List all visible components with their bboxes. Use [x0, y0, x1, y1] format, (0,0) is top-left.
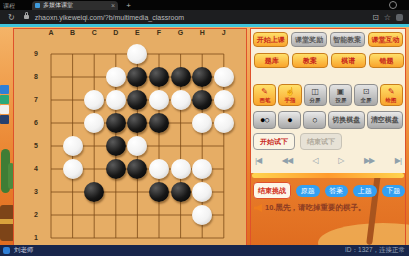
end-challenge-button[interactable]: 结束挑战 [253, 182, 291, 199]
row-label: 7 [27, 96, 38, 103]
next-move-button[interactable]: ▷ [338, 155, 343, 167]
tab-close-icon[interactable]: × [111, 3, 115, 8]
题库-button[interactable]: 题库 [254, 53, 289, 68]
tools-row: ✎画笔☝手指◫分屏▣投屏⊡全屏✎绘图 [253, 84, 403, 106]
white-stone [171, 90, 191, 110]
alternate-stone-button[interactable]: ●○ [253, 111, 276, 129]
white-stone [214, 113, 234, 133]
side-dock-icons[interactable] [0, 85, 9, 124]
row-label: 6 [27, 119, 38, 126]
tool-label: 手指 [285, 97, 296, 102]
white-stone [63, 159, 83, 179]
black-stone [171, 182, 191, 202]
tool-split-screen-icon[interactable]: ◫分屏 [304, 84, 327, 106]
棋谱-button[interactable]: 棋谱 [331, 53, 366, 68]
row-label: 4 [27, 165, 38, 172]
black-stone [106, 136, 126, 156]
active-tab[interactable]: 多媒体课堂 × [32, 1, 118, 10]
智能教案-button[interactable]: 智能教案 [330, 32, 365, 47]
row-label: 1 [27, 234, 38, 241]
white-stone [214, 67, 234, 87]
答案-pill-button[interactable]: 答案 [325, 185, 348, 197]
上题-pill-button[interactable]: 上题 [353, 185, 376, 197]
tool-label: 画笔 [259, 97, 270, 102]
fullscreen-icon: ⊡ [363, 88, 370, 96]
column-label: F [153, 29, 165, 36]
challenge-row: 结束挑战 原题答案上题下题 [253, 182, 405, 199]
tool-cast-screen-icon[interactable]: ▣投屏 [329, 84, 352, 106]
browser-url-bar: ↻ zhaoxn.yikeweiqi.com/?b/multimedia_cla… [0, 10, 409, 24]
black-stone [106, 159, 126, 179]
black-stone [106, 113, 126, 133]
divider-bar [252, 173, 404, 178]
black-stone [149, 182, 169, 202]
column-label: J [218, 29, 230, 36]
column-label: B [67, 29, 79, 36]
tool-finger-icon[interactable]: ☝手指 [278, 84, 301, 106]
row-label: 5 [27, 142, 38, 149]
browser-tab-bar: 课程 多媒体课堂 × + [0, 0, 409, 10]
white-stone [106, 90, 126, 110]
move-player-controls: |◀◀◀◁▷▶▶▶| [253, 155, 403, 167]
black-stone [171, 67, 191, 87]
开始试下-button[interactable]: 开始试下 [253, 133, 295, 150]
url-text[interactable]: zhaoxn.yikeweiqi.com/?b/multimedia_class… [35, 14, 372, 21]
share-icon[interactable]: ⊡ [372, 13, 379, 22]
清空棋盘-button[interactable]: 清空棋盘 [367, 111, 404, 129]
column-label: C [88, 29, 100, 36]
white-stone [106, 67, 126, 87]
white-stone [63, 136, 83, 156]
column-label: G [175, 29, 187, 36]
draw-icon: ✎ [388, 88, 395, 96]
column-label: H [196, 29, 208, 36]
开始上课-button[interactable]: 开始上课 [253, 32, 288, 47]
first-move-button[interactable]: |◀ [255, 155, 261, 167]
tool-pencil-icon[interactable]: ✎画笔 [253, 84, 276, 106]
white-stone [149, 159, 169, 179]
stone-tools-row: ●○●○切换棋盘清空棋盘 [253, 111, 403, 129]
black-stone [149, 67, 169, 87]
question-text: 10.黑先，请吃掉重要的棋子。 [265, 203, 365, 213]
tool-label: 分屏 [310, 97, 321, 102]
dock-icon[interactable] [0, 105, 9, 114]
bookmark-star-icon[interactable]: ☆ [384, 13, 391, 22]
tool-fullscreen-icon[interactable]: ⊡全屏 [354, 84, 377, 106]
错题-button[interactable]: 错题 [369, 53, 404, 68]
status-bar-left-text: 刘老师 [14, 246, 345, 255]
tab-title: 多媒体课堂 [43, 1, 111, 10]
fast-forward-button[interactable]: ▶▶ [364, 155, 374, 167]
class-buttons-row: 开始上课课堂奖励智能教案课堂互动 [253, 32, 403, 47]
cast-screen-icon: ▣ [337, 88, 345, 96]
教案-button[interactable]: 教案 [292, 53, 327, 68]
split-screen-icon: ◫ [312, 88, 320, 96]
dock-icon[interactable] [0, 115, 9, 124]
切换棋盘-button[interactable]: 切换棋盘 [328, 111, 365, 129]
last-move-button[interactable]: ▶| [395, 155, 401, 167]
tool-label: 投屏 [335, 97, 346, 102]
row-label: 2 [27, 211, 38, 218]
dock-icon[interactable] [0, 95, 9, 104]
status-bar-right-text: ID：1327，连接正常 [345, 246, 405, 255]
screen: 课程 多媒体课堂 × + ↻ zhaoxn.yikeweiqi.com/?b/m… [0, 0, 409, 256]
column-label: A [45, 29, 57, 36]
finger-icon: ☝ [285, 88, 295, 96]
announcement-horn-icon [254, 204, 262, 212]
fast-back-button[interactable]: ◀◀ [282, 155, 292, 167]
white-stone-button[interactable]: ○ [303, 111, 326, 129]
reload-icon[interactable]: ↻ [8, 13, 15, 22]
go-board[interactable]: ABCDEFGHJ 987654321 [13, 28, 247, 246]
black-stone-button[interactable]: ● [278, 111, 301, 129]
column-label: E [131, 29, 143, 36]
dock-icon[interactable] [0, 85, 9, 94]
tool-label: 全屏 [361, 97, 372, 102]
browser-avatar-icon[interactable] [389, 1, 397, 9]
tab-favicon-icon [35, 3, 40, 8]
white-stone [149, 90, 169, 110]
lock-icon[interactable] [24, 15, 29, 19]
结束试下-button[interactable]: 结束试下 [300, 133, 342, 150]
row-label: 9 [27, 50, 38, 57]
课堂奖励-button[interactable]: 课堂奖励 [291, 32, 326, 47]
white-stone [214, 90, 234, 110]
status-bar: 刘老师 ID：1327，连接正常 [0, 245, 409, 256]
row-label: 8 [27, 73, 38, 80]
question-line: 10.黑先，请吃掉重要的棋子。 [254, 203, 404, 213]
profile-icon[interactable] [396, 14, 403, 21]
status-bar-icon [3, 247, 10, 254]
row-label: 3 [27, 188, 38, 195]
white-stone [171, 159, 191, 179]
control-panel: 开始上课课堂奖励智能教案课堂互动 题库教案棋谱错题 ✎画笔☝手指◫分屏▣投屏⊡全… [250, 28, 406, 246]
prev-move-button[interactable]: ◁ [313, 155, 318, 167]
column-label: D [110, 29, 122, 36]
课堂互动-button[interactable]: 课堂互动 [368, 32, 403, 47]
原题-pill-button[interactable]: 原题 [296, 185, 319, 197]
new-tab-button[interactable]: + [124, 1, 133, 10]
black-stone [149, 113, 169, 133]
下题-pill-button[interactable]: 下题 [382, 185, 405, 197]
resource-buttons-row: 题库教案棋谱错题 [253, 53, 405, 68]
pencil-icon: ✎ [261, 88, 268, 96]
tool-label: 绘图 [386, 97, 397, 102]
trial-row: 开始试下结束试下 [253, 133, 403, 150]
tool-draw-icon[interactable]: ✎绘图 [380, 84, 403, 106]
